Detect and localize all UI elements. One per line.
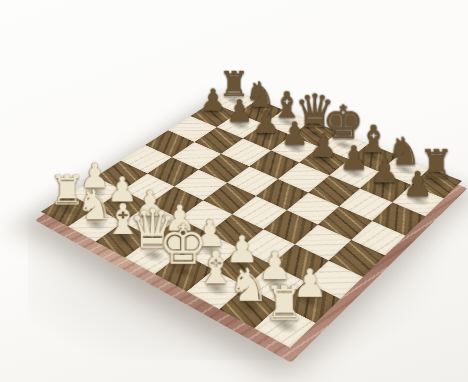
chess-board: ♜♞♝♛♚♝♞♜♟♟♟♟♟♟♟♟♟♟♟♟♟♟♟♟♜♞♝♛♚♝♞♜ (41, 89, 462, 347)
piece-white-rook: ♜ (262, 279, 306, 326)
piece-black-pawn: ♟ (399, 167, 437, 201)
chess-board-slab: ♜♞♝♛♚♝♞♜♟♟♟♟♟♟♟♟♟♟♟♟♟♟♟♟♜♞♝♛♚♝♞♜ (41, 89, 462, 347)
photo-scene: ♜♞♝♛♚♝♞♜♟♟♟♟♟♟♟♟♟♟♟♟♟♟♟♟♜♞♝♛♚♝♞♜ (0, 0, 468, 382)
